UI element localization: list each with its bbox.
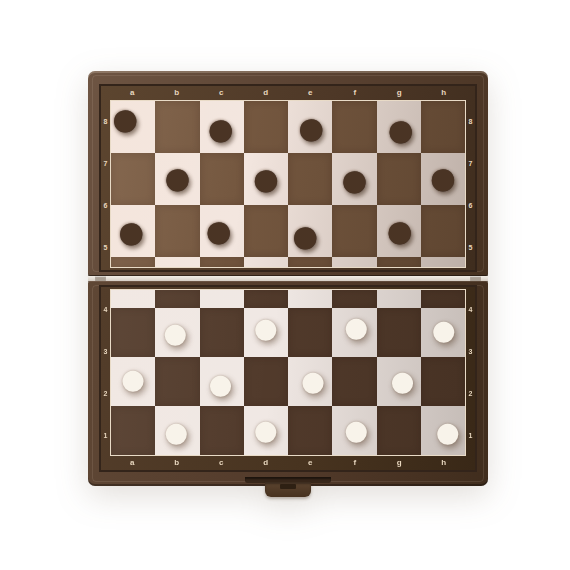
- board-print-top: abcdefgh 8765 8765 ●●●●●●●●●●●●: [99, 84, 477, 272]
- white-checker-h3[interactable]: ●: [429, 305, 459, 354]
- dark-checker-h7[interactable]: ●: [427, 151, 458, 203]
- square-d3[interactable]: ●: [244, 308, 288, 357]
- white-checker-g2[interactable]: ●: [388, 356, 418, 405]
- square-d2[interactable]: [244, 357, 288, 406]
- rank-label-8: 8: [466, 100, 475, 142]
- square-e6[interactable]: ●: [288, 205, 332, 257]
- square-d5[interactable]: [244, 257, 288, 267]
- white-checker-b1[interactable]: ●: [162, 407, 192, 456]
- square-h1[interactable]: ●: [421, 406, 465, 455]
- dark-checker-e6[interactable]: ●: [289, 209, 320, 261]
- square-a1[interactable]: [111, 406, 155, 455]
- file-label-h: h: [422, 457, 467, 469]
- rank-label-3: 3: [466, 331, 475, 373]
- white-checker-d1[interactable]: ●: [251, 405, 281, 454]
- square-g4[interactable]: [377, 290, 421, 308]
- rank-label-4: 4: [466, 289, 475, 331]
- clasp-latch[interactable]: [243, 477, 333, 497]
- white-checker-a2[interactable]: ●: [118, 354, 148, 403]
- square-e3[interactable]: [288, 308, 332, 357]
- file-label-f: f: [333, 457, 378, 469]
- square-g7[interactable]: [377, 153, 421, 205]
- file-labels-top: abcdefgh: [110, 87, 466, 99]
- square-e7[interactable]: [288, 153, 332, 205]
- square-a4[interactable]: [111, 290, 155, 308]
- rank-label-8: 8: [101, 100, 110, 142]
- white-checker-e2[interactable]: ●: [298, 356, 328, 405]
- file-label-c: c: [199, 457, 244, 469]
- square-d6[interactable]: [244, 205, 288, 257]
- dark-checker-g6[interactable]: ●: [384, 204, 415, 256]
- rank-labels-top-right: 8765: [466, 100, 475, 268]
- dark-checker-g8[interactable]: ●: [385, 103, 416, 155]
- dark-checker-e8[interactable]: ●: [295, 101, 326, 153]
- rank-label-3: 3: [101, 331, 110, 373]
- square-f1[interactable]: ●: [332, 406, 376, 455]
- square-c4[interactable]: [200, 290, 244, 308]
- square-c7[interactable]: [200, 153, 244, 205]
- rank-label-6: 6: [466, 184, 475, 226]
- dark-checker-d7[interactable]: ●: [250, 152, 281, 204]
- file-label-d: d: [244, 457, 289, 469]
- rank-label-1: 1: [466, 414, 475, 456]
- square-b3[interactable]: ●: [155, 308, 199, 357]
- dark-checker-c6[interactable]: ●: [203, 204, 234, 256]
- file-label-h: h: [422, 87, 467, 99]
- board-bottom-half: ●●●●●●●●●●●● abcdefgh 4321 4321: [88, 281, 488, 486]
- square-e1[interactable]: [288, 406, 332, 455]
- square-c2[interactable]: ●: [200, 357, 244, 406]
- rank-label-5: 5: [466, 226, 475, 268]
- square-b1[interactable]: ●: [155, 406, 199, 455]
- file-label-c: c: [199, 87, 244, 99]
- square-e2[interactable]: ●: [288, 357, 332, 406]
- rank-label-2: 2: [466, 373, 475, 415]
- square-f6[interactable]: [332, 205, 376, 257]
- white-checker-f1[interactable]: ●: [342, 405, 372, 454]
- square-f5[interactable]: [332, 257, 376, 267]
- square-c8[interactable]: ●: [200, 101, 244, 153]
- square-a6[interactable]: ●: [111, 205, 155, 257]
- white-checker-d3[interactable]: ●: [251, 303, 281, 352]
- square-a3[interactable]: [111, 308, 155, 357]
- square-f7[interactable]: ●: [332, 153, 376, 205]
- rank-label-1: 1: [101, 414, 110, 456]
- square-h6[interactable]: [421, 205, 465, 257]
- square-h3[interactable]: ●: [421, 308, 465, 357]
- file-label-b: b: [155, 87, 200, 99]
- square-c1[interactable]: [200, 406, 244, 455]
- file-label-d: d: [244, 87, 289, 99]
- board-print-bottom: ●●●●●●●●●●●● abcdefgh 4321 4321: [99, 285, 477, 472]
- square-f3[interactable]: ●: [332, 308, 376, 357]
- square-g8[interactable]: ●: [377, 101, 421, 153]
- file-labels-bottom: abcdefgh: [110, 457, 466, 469]
- dark-checker-c8[interactable]: ●: [205, 102, 236, 154]
- rank-labels-bottom-left: 4321: [101, 289, 110, 456]
- folding-checkers-set: abcdefgh 8765 8765 ●●●●●●●●●●●● ●●●●●●●●…: [88, 71, 488, 486]
- square-h8[interactable]: [421, 101, 465, 153]
- rank-label-2: 2: [101, 373, 110, 415]
- square-b2[interactable]: [155, 357, 199, 406]
- square-b8[interactable]: [155, 101, 199, 153]
- square-d7[interactable]: ●: [244, 153, 288, 205]
- square-b5[interactable]: [155, 257, 199, 267]
- white-checker-c2[interactable]: ●: [206, 359, 236, 408]
- file-label-g: g: [377, 87, 422, 99]
- square-c3[interactable]: [200, 308, 244, 357]
- square-g1[interactable]: [377, 406, 421, 455]
- square-e4[interactable]: [288, 290, 332, 308]
- rank-label-4: 4: [101, 289, 110, 331]
- dark-checker-a6[interactable]: ●: [115, 205, 146, 257]
- board-top-half: abcdefgh 8765 8765 ●●●●●●●●●●●●: [88, 71, 488, 276]
- board-squares-bottom: ●●●●●●●●●●●●: [110, 289, 466, 456]
- white-checker-b3[interactable]: ●: [161, 308, 191, 357]
- square-g6[interactable]: ●: [377, 205, 421, 257]
- square-f8[interactable]: [332, 101, 376, 153]
- square-d1[interactable]: ●: [244, 406, 288, 455]
- square-g2[interactable]: ●: [377, 357, 421, 406]
- white-checker-h1[interactable]: ●: [433, 407, 463, 456]
- square-h5[interactable]: [421, 257, 465, 267]
- file-label-g: g: [377, 457, 422, 469]
- file-label-f: f: [333, 87, 378, 99]
- square-b6[interactable]: [155, 205, 199, 257]
- rank-label-6: 6: [101, 184, 110, 226]
- rank-labels-bottom-right: 4321: [466, 289, 475, 456]
- file-label-e: e: [288, 87, 333, 99]
- board-squares-top: ●●●●●●●●●●●●: [110, 100, 466, 268]
- rank-labels-top-left: 8765: [101, 100, 110, 268]
- square-e8[interactable]: ●: [288, 101, 332, 153]
- rank-label-7: 7: [101, 142, 110, 184]
- dark-checker-b7[interactable]: ●: [162, 151, 193, 203]
- clasp-tab[interactable]: [265, 482, 311, 497]
- square-c6[interactable]: ●: [200, 205, 244, 257]
- file-label-a: a: [110, 87, 155, 99]
- square-a2[interactable]: ●: [111, 357, 155, 406]
- square-a8[interactable]: ●: [111, 101, 155, 153]
- square-h2[interactable]: [421, 357, 465, 406]
- square-a7[interactable]: [111, 153, 155, 205]
- file-label-e: e: [288, 457, 333, 469]
- rank-label-5: 5: [101, 226, 110, 268]
- square-b7[interactable]: ●: [155, 153, 199, 205]
- rank-label-7: 7: [466, 142, 475, 184]
- file-label-b: b: [155, 457, 200, 469]
- square-f2[interactable]: [332, 357, 376, 406]
- square-d8[interactable]: [244, 101, 288, 153]
- square-h7[interactable]: ●: [421, 153, 465, 205]
- dark-checker-a8[interactable]: ●: [109, 92, 140, 144]
- square-g3[interactable]: [377, 308, 421, 357]
- white-checker-f3[interactable]: ●: [342, 302, 372, 351]
- dark-checker-f7[interactable]: ●: [339, 153, 370, 205]
- file-label-a: a: [110, 457, 155, 469]
